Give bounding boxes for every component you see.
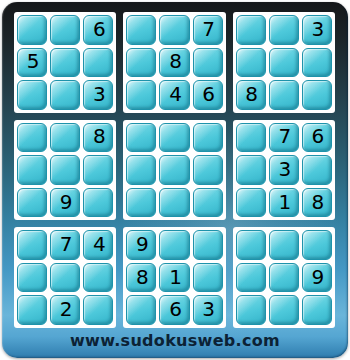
cell-digit: 7 [278, 126, 291, 146]
cell-r3c6[interactable]: 6 [193, 80, 223, 110]
cell-r2c6[interactable] [193, 48, 223, 78]
cell-r6c6[interactable] [193, 188, 223, 218]
cell-r6c2[interactable]: 9 [50, 188, 80, 218]
cell-digit: 4 [169, 84, 182, 104]
cell-r1c8[interactable] [269, 15, 299, 45]
cell-r4c5[interactable] [159, 123, 189, 153]
cell-r4c1[interactable] [17, 123, 47, 153]
cell-r1c5[interactable] [159, 15, 189, 45]
cell-r9c2[interactable]: 2 [50, 295, 80, 325]
cell-digit: 9 [136, 234, 149, 254]
cell-digit: 6 [202, 84, 215, 104]
sudoku-widget: 6537846388976318742981639 www.sudokusweb… [0, 0, 350, 360]
cell-r5c5[interactable] [159, 155, 189, 185]
cell-r5c6[interactable] [193, 155, 223, 185]
sudoku-box-1: 653 [14, 12, 116, 113]
sudoku-box-3: 38 [233, 12, 335, 113]
cell-r6c5[interactable] [159, 188, 189, 218]
cell-r1c3[interactable]: 6 [83, 15, 113, 45]
cell-digit: 6 [169, 299, 182, 319]
cell-digit: 6 [312, 126, 325, 146]
cell-r7c3[interactable]: 4 [83, 230, 113, 260]
cell-r6c9[interactable]: 8 [302, 188, 332, 218]
cell-r5c3[interactable] [83, 155, 113, 185]
cell-digit: 2 [60, 299, 73, 319]
cell-digit: 1 [278, 192, 291, 212]
cell-r4c6[interactable] [193, 123, 223, 153]
cell-r9c8[interactable] [269, 295, 299, 325]
cell-digit: 3 [93, 84, 106, 104]
cell-r2c2[interactable] [50, 48, 80, 78]
sudoku-board: 6537846388976318742981639 [14, 12, 335, 328]
cell-r7c2[interactable]: 7 [50, 230, 80, 260]
cell-r7c6[interactable] [193, 230, 223, 260]
site-link[interactable]: www.sudokusweb.com [2, 328, 348, 354]
sudoku-box-2: 7846 [123, 12, 225, 113]
sudoku-box-5 [123, 120, 225, 221]
cell-digit: 4 [93, 234, 106, 254]
cell-r6c4[interactable] [126, 188, 156, 218]
cell-r7c7[interactable] [236, 230, 266, 260]
cell-r2c8[interactable] [269, 48, 299, 78]
cell-r4c2[interactable] [50, 123, 80, 153]
cell-r2c4[interactable] [126, 48, 156, 78]
cell-digit: 7 [202, 19, 215, 39]
cell-r3c3[interactable]: 3 [83, 80, 113, 110]
cell-r1c6[interactable]: 7 [193, 15, 223, 45]
cell-r3c2[interactable] [50, 80, 80, 110]
cell-r5c9[interactable] [302, 155, 332, 185]
cell-digit: 8 [245, 84, 258, 104]
cell-r2c5[interactable]: 8 [159, 48, 189, 78]
sudoku-box-4: 89 [14, 120, 116, 221]
cell-r1c9[interactable]: 3 [302, 15, 332, 45]
cell-digit: 3 [278, 159, 291, 179]
cell-digit: 8 [169, 51, 182, 71]
cell-r2c7[interactable] [236, 48, 266, 78]
cell-r4c4[interactable] [126, 123, 156, 153]
cell-r7c1[interactable] [17, 230, 47, 260]
cell-digit: 9 [60, 192, 73, 212]
cell-digit: 1 [169, 267, 182, 287]
cell-r6c8[interactable]: 1 [269, 188, 299, 218]
cell-digit: 6 [93, 19, 106, 39]
cell-r9c7[interactable] [236, 295, 266, 325]
cell-r4c8[interactable]: 7 [269, 123, 299, 153]
cell-r8c1[interactable] [17, 263, 47, 293]
cell-r1c1[interactable] [17, 15, 47, 45]
cell-r3c8[interactable] [269, 80, 299, 110]
cell-r6c1[interactable] [17, 188, 47, 218]
cell-r7c8[interactable] [269, 230, 299, 260]
cell-r8c8[interactable] [269, 263, 299, 293]
cell-r9c4[interactable] [126, 295, 156, 325]
cell-r1c4[interactable] [126, 15, 156, 45]
cell-r1c7[interactable] [236, 15, 266, 45]
cell-r8c9[interactable]: 9 [302, 263, 332, 293]
cell-r3c7[interactable]: 8 [236, 80, 266, 110]
cell-r4c9[interactable]: 6 [302, 123, 332, 153]
cell-r4c7[interactable] [236, 123, 266, 153]
cell-r9c6[interactable]: 3 [193, 295, 223, 325]
cell-r3c5[interactable]: 4 [159, 80, 189, 110]
cell-r7c9[interactable] [302, 230, 332, 260]
sudoku-box-6: 76318 [233, 120, 335, 221]
cell-r1c2[interactable] [50, 15, 80, 45]
cell-r9c9[interactable] [302, 295, 332, 325]
cell-r2c9[interactable] [302, 48, 332, 78]
cell-r5c8[interactable]: 3 [269, 155, 299, 185]
cell-r9c3[interactable] [83, 295, 113, 325]
board-frame: 6537846388976318742981639 www.sudokusweb… [2, 2, 348, 358]
cell-r5c7[interactable] [236, 155, 266, 185]
cell-digit: 5 [27, 51, 40, 71]
cell-r7c4[interactable]: 9 [126, 230, 156, 260]
cell-digit: 3 [202, 299, 215, 319]
cell-r8c3[interactable] [83, 263, 113, 293]
cell-r8c4[interactable]: 8 [126, 263, 156, 293]
cell-r7c5[interactable] [159, 230, 189, 260]
cell-digit: 8 [93, 126, 106, 146]
cell-r8c5[interactable]: 1 [159, 263, 189, 293]
cell-digit: 3 [312, 19, 325, 39]
cell-r9c5[interactable]: 6 [159, 295, 189, 325]
cell-r3c1[interactable] [17, 80, 47, 110]
sudoku-box-7: 742 [14, 227, 116, 328]
cell-r3c4[interactable] [126, 80, 156, 110]
cell-r4c3[interactable]: 8 [83, 123, 113, 153]
cell-digit: 9 [312, 267, 325, 287]
cell-r2c1[interactable]: 5 [17, 48, 47, 78]
cell-r5c2[interactable] [50, 155, 80, 185]
cell-digit: 7 [60, 234, 73, 254]
cell-r8c6[interactable] [193, 263, 223, 293]
cell-r8c2[interactable] [50, 263, 80, 293]
cell-r5c4[interactable] [126, 155, 156, 185]
cell-r5c1[interactable] [17, 155, 47, 185]
cell-r2c3[interactable] [83, 48, 113, 78]
cell-digit: 8 [136, 267, 149, 287]
cell-r3c9[interactable] [302, 80, 332, 110]
cell-r9c1[interactable] [17, 295, 47, 325]
sudoku-box-8: 98163 [123, 227, 225, 328]
cell-r6c7[interactable] [236, 188, 266, 218]
sudoku-box-9: 9 [233, 227, 335, 328]
cell-digit: 8 [312, 192, 325, 212]
cell-r8c7[interactable] [236, 263, 266, 293]
cell-r6c3[interactable] [83, 188, 113, 218]
